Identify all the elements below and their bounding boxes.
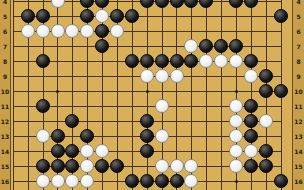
stone-black[interactable] (140, 144, 154, 158)
stone-black[interactable] (140, 0, 154, 8)
stone-white[interactable] (155, 99, 169, 113)
stone-black[interactable] (170, 174, 184, 188)
stone-white[interactable] (184, 159, 198, 173)
stone-white[interactable] (65, 24, 79, 38)
row-label: 9 (0, 73, 10, 80)
stone-black[interactable] (51, 129, 65, 143)
row-label: 14 (293, 148, 304, 155)
stone-white[interactable] (184, 174, 198, 188)
stone-white[interactable] (80, 24, 94, 38)
row-label: 13 (293, 133, 304, 140)
row-label: 10 (293, 88, 304, 95)
row-labels-left: 45678910111213141516 (0, 0, 11, 190)
stone-black[interactable] (155, 174, 169, 188)
row-label: 16 (0, 178, 10, 185)
stone-white[interactable] (214, 54, 228, 68)
stone-black[interactable] (65, 159, 79, 173)
stone-black[interactable] (36, 9, 50, 23)
stone-black[interactable] (125, 174, 139, 188)
stone-black[interactable] (259, 84, 273, 98)
stone-black[interactable] (51, 144, 65, 158)
row-label: 6 (293, 28, 304, 35)
stone-black[interactable] (110, 9, 124, 23)
row-label: 13 (0, 133, 10, 140)
row-label: 12 (0, 118, 10, 125)
stone-white[interactable] (51, 24, 65, 38)
stone-white[interactable] (36, 129, 50, 143)
grid-line-vertical (147, 0, 148, 190)
stone-black[interactable] (110, 159, 124, 173)
stone-black[interactable] (244, 159, 258, 173)
grid-line-horizontal (13, 16, 282, 17)
stone-black[interactable] (140, 174, 154, 188)
row-label: 8 (293, 58, 304, 65)
stone-black[interactable] (51, 159, 65, 173)
row-label: 9 (293, 73, 304, 80)
stone-white[interactable] (65, 174, 79, 188)
stone-white[interactable] (95, 9, 109, 23)
row-label: 15 (0, 163, 10, 170)
row-label: 12 (293, 118, 304, 125)
stone-black[interactable] (140, 129, 154, 143)
stone-white[interactable] (170, 69, 184, 83)
stone-black[interactable] (125, 9, 139, 23)
stone-black[interactable] (274, 9, 288, 23)
stone-black[interactable] (244, 129, 258, 143)
stone-white[interactable] (51, 174, 65, 188)
row-label: 14 (0, 148, 10, 155)
stone-white[interactable] (80, 159, 94, 173)
stone-black[interactable] (140, 114, 154, 128)
star-point (56, 90, 59, 93)
stone-white[interactable] (229, 129, 243, 143)
stone-black[interactable] (259, 144, 273, 158)
stone-black[interactable] (125, 54, 139, 68)
row-label: 7 (0, 43, 10, 50)
stone-white[interactable] (259, 114, 273, 128)
stone-black[interactable] (244, 54, 258, 68)
row-label: 7 (293, 43, 304, 50)
stone-black[interactable] (259, 69, 273, 83)
stone-white[interactable] (155, 129, 169, 143)
stone-white[interactable] (36, 24, 50, 38)
stone-black[interactable] (170, 54, 184, 68)
grid-line-vertical (13, 0, 14, 190)
row-label: 4 (0, 0, 10, 5)
stone-black[interactable] (95, 0, 109, 8)
row-label: 16 (293, 178, 304, 185)
star-point (235, 180, 238, 183)
stone-black[interactable] (184, 0, 198, 8)
stone-white[interactable] (95, 144, 109, 158)
stone-black[interactable] (95, 24, 109, 38)
stone-black[interactable] (229, 0, 243, 8)
stone-white[interactable] (229, 114, 243, 128)
stone-black[interactable] (199, 0, 213, 8)
stone-black[interactable] (229, 39, 243, 53)
stone-white[interactable] (140, 69, 154, 83)
row-label: 5 (0, 13, 10, 20)
stone-white[interactable] (229, 144, 243, 158)
stone-black[interactable] (80, 129, 94, 143)
stone-black[interactable] (36, 159, 50, 173)
row-label: 15 (293, 163, 304, 170)
stone-black[interactable] (170, 0, 184, 8)
star-point (146, 90, 149, 93)
stone-black[interactable] (65, 144, 79, 158)
star-point (235, 90, 238, 93)
stone-white[interactable] (199, 54, 213, 68)
stone-black[interactable] (244, 0, 258, 8)
row-labels-right: 45678910111213141516 (292, 0, 304, 190)
stone-black[interactable] (155, 0, 169, 8)
stone-black[interactable] (259, 159, 273, 173)
stone-white[interactable] (51, 0, 65, 8)
stone-black[interactable] (244, 99, 258, 113)
grid-line-vertical (221, 0, 222, 190)
stone-black[interactable] (274, 84, 288, 98)
stone-black[interactable] (65, 114, 79, 128)
stone-white[interactable] (244, 69, 258, 83)
stone-white[interactable] (229, 99, 243, 113)
stone-black[interactable] (184, 54, 198, 68)
stone-black[interactable] (274, 174, 288, 188)
row-label: 5 (293, 13, 304, 20)
stone-black[interactable] (199, 39, 213, 53)
row-label: 11 (293, 103, 304, 110)
stone-black[interactable] (21, 9, 35, 23)
grid-line-vertical (132, 0, 133, 190)
stone-white[interactable] (184, 39, 198, 53)
stone-black[interactable] (155, 54, 169, 68)
stone-white[interactable] (155, 69, 169, 83)
stone-white[interactable] (244, 144, 258, 158)
stone-white[interactable] (21, 24, 35, 38)
row-label: 8 (0, 58, 10, 65)
go-board[interactable]: 45678910111213141516 4567891011121314151… (0, 0, 304, 190)
stone-white[interactable] (110, 24, 124, 38)
row-label: 10 (0, 88, 10, 95)
stone-black[interactable] (36, 99, 50, 113)
stone-black[interactable] (214, 39, 228, 53)
stone-white[interactable] (36, 174, 50, 188)
stone-black[interactable] (36, 54, 50, 68)
stone-black[interactable] (244, 114, 258, 128)
stone-black[interactable] (80, 9, 94, 23)
stone-black[interactable] (95, 39, 109, 53)
stone-white[interactable] (80, 174, 94, 188)
stone-black[interactable] (95, 159, 109, 173)
stone-black[interactable] (80, 0, 94, 8)
stone-white[interactable] (170, 159, 184, 173)
stone-white[interactable] (80, 144, 94, 158)
stone-black[interactable] (140, 54, 154, 68)
stone-white[interactable] (229, 159, 243, 173)
row-label: 6 (0, 28, 10, 35)
stone-white[interactable] (229, 54, 243, 68)
stone-white[interactable] (155, 159, 169, 173)
grid-line-vertical (206, 0, 207, 190)
row-label: 11 (0, 103, 10, 110)
row-label: 4 (293, 0, 304, 5)
